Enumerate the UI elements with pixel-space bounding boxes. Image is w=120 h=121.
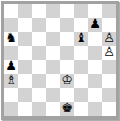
square-b6[interactable] bbox=[18, 32, 32, 46]
board-frame: ♟♞♝♙♙♟♗♔♚ bbox=[1, 1, 119, 120]
square-d5[interactable] bbox=[46, 46, 60, 60]
black-bishop: ♝ bbox=[74, 31, 88, 45]
square-a1[interactable] bbox=[4, 102, 18, 116]
square-g6[interactable] bbox=[88, 32, 102, 46]
square-c8[interactable] bbox=[32, 4, 46, 18]
square-c1[interactable] bbox=[32, 102, 46, 116]
square-b7[interactable] bbox=[18, 18, 32, 32]
square-e6[interactable] bbox=[60, 32, 74, 46]
square-d3[interactable] bbox=[46, 74, 60, 88]
square-c5[interactable] bbox=[32, 46, 46, 60]
white-pawn: ♙ bbox=[102, 45, 116, 59]
square-c7[interactable] bbox=[32, 18, 46, 32]
square-g5[interactable] bbox=[88, 46, 102, 60]
square-h8[interactable] bbox=[102, 4, 116, 18]
square-e5[interactable] bbox=[60, 46, 74, 60]
square-c6[interactable] bbox=[32, 32, 46, 46]
square-a2[interactable] bbox=[4, 88, 18, 102]
square-b1[interactable] bbox=[18, 102, 32, 116]
square-e1[interactable]: ♚ bbox=[60, 102, 74, 116]
black-pawn: ♟ bbox=[4, 59, 18, 73]
square-d2[interactable] bbox=[46, 88, 60, 102]
white-bishop: ♗ bbox=[4, 73, 18, 87]
square-h1[interactable] bbox=[102, 102, 116, 116]
black-knight: ♞ bbox=[4, 31, 18, 45]
square-f1[interactable] bbox=[74, 102, 88, 116]
black-king: ♚ bbox=[60, 101, 74, 115]
square-b2[interactable] bbox=[18, 88, 32, 102]
square-f6[interactable]: ♝ bbox=[74, 32, 88, 46]
square-d8[interactable] bbox=[46, 4, 60, 18]
square-g2[interactable] bbox=[88, 88, 102, 102]
white-pawn: ♙ bbox=[102, 31, 116, 45]
square-a6[interactable]: ♞ bbox=[4, 32, 18, 46]
square-b8[interactable] bbox=[18, 4, 32, 18]
square-f4[interactable] bbox=[74, 60, 88, 74]
square-b3[interactable] bbox=[18, 74, 32, 88]
square-c3[interactable] bbox=[32, 74, 46, 88]
square-f5[interactable] bbox=[74, 46, 88, 60]
square-g7[interactable]: ♟ bbox=[88, 18, 102, 32]
square-d4[interactable] bbox=[46, 60, 60, 74]
black-pawn: ♟ bbox=[88, 17, 102, 31]
square-f3[interactable] bbox=[74, 74, 88, 88]
square-c4[interactable] bbox=[32, 60, 46, 74]
square-g4[interactable] bbox=[88, 60, 102, 74]
square-c2[interactable] bbox=[32, 88, 46, 102]
square-e7[interactable] bbox=[60, 18, 74, 32]
square-b5[interactable] bbox=[18, 46, 32, 60]
square-h5[interactable]: ♙ bbox=[102, 46, 116, 60]
chess-board: ♟♞♝♙♙♟♗♔♚ bbox=[4, 4, 116, 116]
square-h4[interactable] bbox=[102, 60, 116, 74]
square-f8[interactable] bbox=[74, 4, 88, 18]
square-e3[interactable]: ♔ bbox=[60, 74, 74, 88]
square-e8[interactable] bbox=[60, 4, 74, 18]
square-g1[interactable] bbox=[88, 102, 102, 116]
square-a8[interactable] bbox=[4, 4, 18, 18]
square-f2[interactable] bbox=[74, 88, 88, 102]
square-h3[interactable] bbox=[102, 74, 116, 88]
square-d7[interactable] bbox=[46, 18, 60, 32]
white-king: ♔ bbox=[60, 73, 74, 87]
square-b4[interactable] bbox=[18, 60, 32, 74]
square-d1[interactable] bbox=[46, 102, 60, 116]
square-h2[interactable] bbox=[102, 88, 116, 102]
square-a3[interactable]: ♗ bbox=[4, 74, 18, 88]
square-g3[interactable] bbox=[88, 74, 102, 88]
square-d6[interactable] bbox=[46, 32, 60, 46]
